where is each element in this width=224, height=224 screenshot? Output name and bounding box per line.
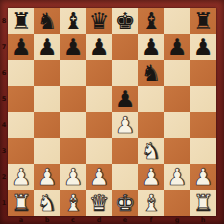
square-f5[interactable] (138, 86, 164, 112)
white-pawn-piece-c2: ♟ (63, 164, 84, 190)
square-d2[interactable]: ♟ (86, 164, 112, 190)
white-rook-piece-h1: ♜ (193, 190, 214, 216)
file-label-b: b (34, 216, 60, 224)
white-pawn-piece-b2: ♟ (37, 164, 58, 190)
square-a6[interactable] (8, 60, 34, 86)
white-pawn-piece-d2: ♟ (89, 164, 110, 190)
square-e5[interactable]: ♟ (112, 86, 138, 112)
square-h2[interactable]: ♟ (190, 164, 216, 190)
square-h6[interactable] (190, 60, 216, 86)
black-pawn-piece-c7: ♟ (63, 34, 84, 60)
black-pawn-piece-a7: ♟ (11, 34, 32, 60)
white-pawn-piece-a2: ♟ (11, 164, 32, 190)
square-f1[interactable]: ♝ (138, 190, 164, 216)
square-d4[interactable] (86, 112, 112, 138)
square-b8[interactable]: ♞ (34, 8, 60, 34)
square-f2[interactable]: ♟ (138, 164, 164, 190)
rank-label-4: 4 (0, 112, 8, 138)
square-e7[interactable] (112, 34, 138, 60)
square-a3[interactable] (8, 138, 34, 164)
rank-label-5: 5 (0, 86, 8, 112)
square-g1[interactable] (164, 190, 190, 216)
square-c5[interactable] (60, 86, 86, 112)
square-d1[interactable]: ♛ (86, 190, 112, 216)
square-h3[interactable] (190, 138, 216, 164)
white-pawn-piece-g2: ♟ (167, 164, 188, 190)
file-label-a: a (8, 216, 34, 224)
rank-label-6: 6 (0, 60, 8, 86)
square-b5[interactable] (34, 86, 60, 112)
square-c4[interactable] (60, 112, 86, 138)
black-pawn-piece-f7: ♟ (141, 34, 162, 60)
square-g8[interactable] (164, 8, 190, 34)
square-b7[interactable]: ♟ (34, 34, 60, 60)
square-a1[interactable]: ♜ (8, 190, 34, 216)
rank-label-7: 7 (0, 34, 8, 60)
square-e8[interactable]: ♚ (112, 8, 138, 34)
square-a4[interactable] (8, 112, 34, 138)
black-pawn-piece-g7: ♟ (167, 34, 188, 60)
square-g2[interactable]: ♟ (164, 164, 190, 190)
white-queen-piece-d1: ♛ (89, 190, 110, 216)
rank-labels: 87654321 (0, 8, 8, 216)
square-g6[interactable] (164, 60, 190, 86)
black-rook-piece-a8: ♜ (11, 8, 32, 34)
square-e2[interactable] (112, 164, 138, 190)
square-d5[interactable] (86, 86, 112, 112)
square-e6[interactable] (112, 60, 138, 86)
square-b6[interactable] (34, 60, 60, 86)
black-pawn-piece-e5: ♟ (115, 86, 136, 112)
file-labels: abcdefgh (8, 216, 216, 224)
square-d3[interactable] (86, 138, 112, 164)
square-h1[interactable]: ♜ (190, 190, 216, 216)
black-rook-piece-h8: ♜ (193, 8, 214, 34)
white-bishop-piece-f1: ♝ (141, 190, 162, 216)
black-pawn-piece-d7: ♟ (89, 34, 110, 60)
square-h8[interactable]: ♜ (190, 8, 216, 34)
square-b4[interactable] (34, 112, 60, 138)
board-frame: 87654321 abcdefgh ♜♞♝♛♚♝♜♟♟♟♟♟♟♟♞♟♟♞♟♟♟♟… (0, 0, 224, 224)
black-knight-piece-f6: ♞ (141, 60, 162, 86)
square-h7[interactable]: ♟ (190, 34, 216, 60)
square-f4[interactable] (138, 112, 164, 138)
square-d8[interactable]: ♛ (86, 8, 112, 34)
white-knight-piece-b1: ♞ (37, 190, 58, 216)
file-label-d: d (86, 216, 112, 224)
square-e3[interactable] (112, 138, 138, 164)
file-label-c: c (60, 216, 86, 224)
square-c8[interactable]: ♝ (60, 8, 86, 34)
square-a8[interactable]: ♜ (8, 8, 34, 34)
square-c3[interactable] (60, 138, 86, 164)
square-g4[interactable] (164, 112, 190, 138)
rank-label-2: 2 (0, 164, 8, 190)
square-c7[interactable]: ♟ (60, 34, 86, 60)
black-bishop-piece-c8: ♝ (63, 8, 84, 34)
square-a5[interactable] (8, 86, 34, 112)
file-label-f: f (138, 216, 164, 224)
square-g3[interactable] (164, 138, 190, 164)
white-bishop-piece-c1: ♝ (63, 190, 84, 216)
square-f3[interactable]: ♞ (138, 138, 164, 164)
square-h4[interactable] (190, 112, 216, 138)
square-d6[interactable] (86, 60, 112, 86)
square-a7[interactable]: ♟ (8, 34, 34, 60)
black-pawn-piece-h7: ♟ (193, 34, 214, 60)
square-f8[interactable]: ♝ (138, 8, 164, 34)
white-pawn-piece-f2: ♟ (141, 164, 162, 190)
square-b1[interactable]: ♞ (34, 190, 60, 216)
square-g5[interactable] (164, 86, 190, 112)
black-knight-piece-b8: ♞ (37, 8, 58, 34)
file-label-e: e (112, 216, 138, 224)
chess-board: ♜♞♝♛♚♝♜♟♟♟♟♟♟♟♞♟♟♞♟♟♟♟♟♟♟♜♞♝♛♚♝♜ (8, 8, 216, 216)
square-g7[interactable]: ♟ (164, 34, 190, 60)
square-c1[interactable]: ♝ (60, 190, 86, 216)
file-label-h: h (190, 216, 216, 224)
white-rook-piece-a1: ♜ (11, 190, 32, 216)
square-e1[interactable]: ♚ (112, 190, 138, 216)
rank-label-1: 1 (0, 190, 8, 216)
square-h5[interactable] (190, 86, 216, 112)
white-pawn-piece-e4: ♟ (115, 112, 136, 138)
white-king-piece-e1: ♚ (115, 190, 136, 216)
square-b2[interactable]: ♟ (34, 164, 60, 190)
rank-label-8: 8 (0, 8, 8, 34)
black-pawn-piece-b7: ♟ (37, 34, 58, 60)
rank-label-3: 3 (0, 138, 8, 164)
square-b3[interactable] (34, 138, 60, 164)
white-knight-piece-f3: ♞ (141, 138, 162, 164)
file-label-g: g (164, 216, 190, 224)
black-king-piece-e8: ♚ (115, 8, 136, 34)
square-d7[interactable]: ♟ (86, 34, 112, 60)
square-a2[interactable]: ♟ (8, 164, 34, 190)
square-f7[interactable]: ♟ (138, 34, 164, 60)
black-queen-piece-d8: ♛ (89, 8, 110, 34)
square-c6[interactable] (60, 60, 86, 86)
black-bishop-piece-f8: ♝ (141, 8, 162, 34)
square-e4[interactable]: ♟ (112, 112, 138, 138)
white-pawn-piece-h2: ♟ (193, 164, 214, 190)
square-f6[interactable]: ♞ (138, 60, 164, 86)
square-c2[interactable]: ♟ (60, 164, 86, 190)
